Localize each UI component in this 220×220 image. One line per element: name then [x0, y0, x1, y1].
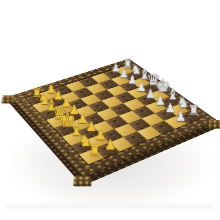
corner-foot: [208, 120, 220, 129]
chess-board: ♜♞♝♛♚♝♞♜♟♟♟♟♟♟♟♟♟♟♟♟♟♟♟♟♜♞♝♛♚♝♞♜: [10, 59, 218, 178]
chess-set-scene: ♜♞♝♛♚♝♞♜♟♟♟♟♟♟♟♟♟♟♟♟♟♟♟♟♜♞♝♛♚♝♞♜: [0, 0, 220, 220]
corner-foot: [73, 176, 92, 187]
silver-pawn[interactable]: ♟: [170, 110, 191, 126]
corner-foot: [1, 95, 16, 104]
gold-rook[interactable]: ♜: [83, 142, 106, 160]
